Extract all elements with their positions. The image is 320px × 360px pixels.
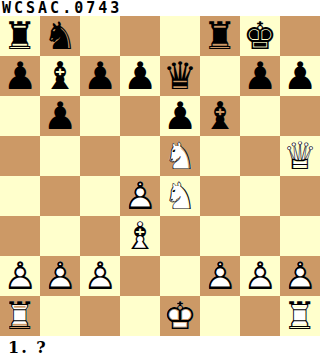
square-b1[interactable] bbox=[40, 296, 80, 336]
square-c1[interactable] bbox=[80, 296, 120, 336]
square-b7[interactable]: ♝ bbox=[40, 56, 80, 96]
piece-white-king[interactable]: ♚♔ bbox=[160, 296, 200, 336]
square-f5[interactable] bbox=[200, 136, 240, 176]
square-g4[interactable] bbox=[240, 176, 280, 216]
square-a4[interactable] bbox=[0, 176, 40, 216]
piece-white-pawn[interactable]: ♟♙ bbox=[0, 256, 40, 296]
square-f1[interactable] bbox=[200, 296, 240, 336]
square-e2[interactable] bbox=[160, 256, 200, 296]
square-b2[interactable]: ♟♙ bbox=[40, 256, 80, 296]
piece-outline-layer: ♗ bbox=[120, 216, 160, 256]
piece-white-pawn[interactable]: ♟♙ bbox=[240, 256, 280, 296]
square-d6[interactable] bbox=[120, 96, 160, 136]
piece-white-bishop[interactable]: ♝♗ bbox=[120, 216, 160, 256]
square-b4[interactable] bbox=[40, 176, 80, 216]
move-prompt: 1. ? bbox=[0, 336, 320, 360]
square-b5[interactable] bbox=[40, 136, 80, 176]
square-d4[interactable]: ♟♙ bbox=[120, 176, 160, 216]
piece-glyph: ♟ bbox=[40, 96, 80, 136]
piece-outline-layer: ♕ bbox=[280, 136, 320, 176]
square-c3[interactable] bbox=[80, 216, 120, 256]
chess-diagram-window: WCSAC.0743 ♜♞♜♚♟♝♟♟♛♟♟♟♟♝♞♘♛♕♟♙♞♘♝♗♟♙♟♙♟… bbox=[0, 0, 320, 360]
piece-black-bishop[interactable]: ♝ bbox=[200, 96, 240, 136]
piece-outline-layer: ♖ bbox=[0, 296, 40, 336]
square-e6[interactable]: ♟ bbox=[160, 96, 200, 136]
square-g6[interactable] bbox=[240, 96, 280, 136]
piece-white-queen[interactable]: ♛♕ bbox=[280, 136, 320, 176]
piece-glyph: ♝ bbox=[40, 56, 80, 96]
piece-black-pawn[interactable]: ♟ bbox=[120, 56, 160, 96]
square-g8[interactable]: ♚ bbox=[240, 16, 280, 56]
square-b3[interactable] bbox=[40, 216, 80, 256]
square-a8[interactable]: ♜ bbox=[0, 16, 40, 56]
square-d2[interactable] bbox=[120, 256, 160, 296]
chess-board: ♜♞♜♚♟♝♟♟♛♟♟♟♟♝♞♘♛♕♟♙♞♘♝♗♟♙♟♙♟♙♟♙♟♙♟♙♜♖♚♔… bbox=[0, 16, 320, 336]
square-d3[interactable]: ♝♗ bbox=[120, 216, 160, 256]
square-h1[interactable]: ♜♖ bbox=[280, 296, 320, 336]
square-g7[interactable]: ♟ bbox=[240, 56, 280, 96]
piece-white-rook[interactable]: ♜♖ bbox=[0, 296, 40, 336]
square-g2[interactable]: ♟♙ bbox=[240, 256, 280, 296]
square-h8[interactable] bbox=[280, 16, 320, 56]
piece-black-queen[interactable]: ♛ bbox=[160, 56, 200, 96]
square-c4[interactable] bbox=[80, 176, 120, 216]
square-e7[interactable]: ♛ bbox=[160, 56, 200, 96]
square-e4[interactable]: ♞♘ bbox=[160, 176, 200, 216]
piece-white-pawn[interactable]: ♟♙ bbox=[120, 176, 160, 216]
square-a6[interactable] bbox=[0, 96, 40, 136]
piece-white-knight[interactable]: ♞♘ bbox=[160, 136, 200, 176]
piece-white-pawn[interactable]: ♟♙ bbox=[200, 256, 240, 296]
piece-glyph: ♟ bbox=[240, 56, 280, 96]
piece-black-king[interactable]: ♚ bbox=[240, 16, 280, 56]
piece-glyph: ♟ bbox=[80, 56, 120, 96]
piece-outline-layer: ♔ bbox=[160, 296, 200, 336]
square-h3[interactable] bbox=[280, 216, 320, 256]
piece-glyph: ♜ bbox=[0, 16, 40, 56]
square-f4[interactable] bbox=[200, 176, 240, 216]
piece-outline-layer: ♘ bbox=[160, 136, 200, 176]
square-c5[interactable] bbox=[80, 136, 120, 176]
square-h7[interactable]: ♟ bbox=[280, 56, 320, 96]
square-c7[interactable]: ♟ bbox=[80, 56, 120, 96]
square-b8[interactable]: ♞ bbox=[40, 16, 80, 56]
piece-outline-layer: ♙ bbox=[120, 176, 160, 216]
square-g3[interactable] bbox=[240, 216, 280, 256]
piece-black-bishop[interactable]: ♝ bbox=[40, 56, 80, 96]
piece-outline-layer: ♙ bbox=[0, 256, 40, 296]
square-h2[interactable]: ♟♙ bbox=[280, 256, 320, 296]
square-e1[interactable]: ♚♔ bbox=[160, 296, 200, 336]
piece-black-pawn[interactable]: ♟ bbox=[280, 56, 320, 96]
square-b6[interactable]: ♟ bbox=[40, 96, 80, 136]
piece-glyph: ♟ bbox=[120, 56, 160, 96]
piece-black-pawn[interactable]: ♟ bbox=[160, 96, 200, 136]
piece-white-pawn[interactable]: ♟♙ bbox=[40, 256, 80, 296]
square-e5[interactable]: ♞♘ bbox=[160, 136, 200, 176]
square-a5[interactable] bbox=[0, 136, 40, 176]
piece-outline-layer: ♙ bbox=[40, 256, 80, 296]
piece-black-pawn[interactable]: ♟ bbox=[0, 56, 40, 96]
piece-black-pawn[interactable]: ♟ bbox=[80, 56, 120, 96]
piece-outline-layer: ♙ bbox=[200, 256, 240, 296]
piece-outline-layer: ♙ bbox=[80, 256, 120, 296]
square-c2[interactable]: ♟♙ bbox=[80, 256, 120, 296]
piece-glyph: ♟ bbox=[280, 56, 320, 96]
piece-glyph: ♛ bbox=[160, 56, 200, 96]
piece-white-knight[interactable]: ♞♘ bbox=[160, 176, 200, 216]
piece-glyph: ♞ bbox=[40, 16, 80, 56]
piece-outline-layer: ♙ bbox=[240, 256, 280, 296]
square-f6[interactable]: ♝ bbox=[200, 96, 240, 136]
piece-white-pawn[interactable]: ♟♙ bbox=[280, 256, 320, 296]
piece-glyph: ♝ bbox=[200, 96, 240, 136]
square-d1[interactable] bbox=[120, 296, 160, 336]
square-f3[interactable] bbox=[200, 216, 240, 256]
piece-outline-layer: ♘ bbox=[160, 176, 200, 216]
piece-black-pawn[interactable]: ♟ bbox=[240, 56, 280, 96]
piece-outline-layer: ♙ bbox=[280, 256, 320, 296]
piece-black-rook[interactable]: ♜ bbox=[0, 16, 40, 56]
piece-white-pawn[interactable]: ♟♙ bbox=[80, 256, 120, 296]
piece-glyph: ♟ bbox=[160, 96, 200, 136]
square-e3[interactable] bbox=[160, 216, 200, 256]
square-d8[interactable] bbox=[120, 16, 160, 56]
square-f8[interactable]: ♜ bbox=[200, 16, 240, 56]
square-h6[interactable] bbox=[280, 96, 320, 136]
piece-black-pawn[interactable]: ♟ bbox=[40, 96, 80, 136]
piece-white-rook[interactable]: ♜♖ bbox=[280, 296, 320, 336]
piece-black-rook[interactable]: ♜ bbox=[200, 16, 240, 56]
square-e8[interactable] bbox=[160, 16, 200, 56]
square-a7[interactable]: ♟ bbox=[0, 56, 40, 96]
square-f2[interactable]: ♟♙ bbox=[200, 256, 240, 296]
square-d7[interactable]: ♟ bbox=[120, 56, 160, 96]
piece-glyph: ♜ bbox=[200, 16, 240, 56]
square-a3[interactable] bbox=[0, 216, 40, 256]
square-c6[interactable] bbox=[80, 96, 120, 136]
piece-black-knight[interactable]: ♞ bbox=[40, 16, 80, 56]
piece-glyph: ♟ bbox=[0, 56, 40, 96]
square-c8[interactable] bbox=[80, 16, 120, 56]
square-g5[interactable] bbox=[240, 136, 280, 176]
piece-outline-layer: ♖ bbox=[280, 296, 320, 336]
square-h4[interactable] bbox=[280, 176, 320, 216]
square-a1[interactable]: ♜♖ bbox=[0, 296, 40, 336]
square-f7[interactable] bbox=[200, 56, 240, 96]
square-d5[interactable] bbox=[120, 136, 160, 176]
square-h5[interactable]: ♛♕ bbox=[280, 136, 320, 176]
square-a2[interactable]: ♟♙ bbox=[0, 256, 40, 296]
piece-glyph: ♚ bbox=[240, 16, 280, 56]
square-g1[interactable] bbox=[240, 296, 280, 336]
